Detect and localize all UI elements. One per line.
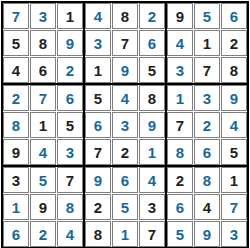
given-digit: 4 [203,200,211,215]
solved-digit: 7 [12,9,20,24]
solved-digit: 7 [230,200,238,215]
cell-r7c1[interactable]: 3 [3,167,29,193]
given-digit: 5 [12,36,20,51]
solved-digit: 3 [176,63,184,78]
cell-r7c7[interactable]: 2 [167,167,193,193]
given-digit: 1 [66,9,74,24]
given-digit: 5 [230,145,238,160]
given-digit: 4 [12,63,20,78]
cell-r2c4[interactable]: 3 [85,30,111,56]
solved-digit: 6 [94,118,102,133]
cell-r3c5[interactable]: 9 [112,57,138,83]
cell-r4c9[interactable]: 9 [221,85,247,111]
block-6: 139724865 [167,85,247,165]
cell-r4c1[interactable]: 2 [3,85,29,111]
cell-r9c2[interactable]: 2 [30,221,56,247]
solved-digit: 6 [121,173,129,188]
cell-r4c2[interactable]: 7 [30,85,56,111]
given-digit: 8 [39,36,47,51]
cell-r2c8[interactable]: 1 [194,30,220,56]
given-digit: 9 [39,200,47,215]
solved-digit: 6 [203,145,211,160]
given-digit: 9 [176,9,184,24]
given-digit: 5 [94,91,102,106]
cell-r5c5[interactable]: 3 [112,112,138,138]
block-3: 956412378 [167,3,247,83]
cell-r6c1[interactable]: 9 [3,139,29,165]
cell-r2c2[interactable]: 8 [30,30,56,56]
cell-r1c3[interactable]: 1 [57,3,83,29]
cell-r7c2[interactable]: 5 [30,167,56,193]
solved-digit: 2 [12,91,20,106]
given-digit: 8 [121,9,129,24]
given-digit: 5 [66,118,74,133]
cell-r9c8[interactable]: 9 [194,221,220,247]
solved-digit: 4 [148,173,156,188]
solved-digit: 3 [203,91,211,106]
given-digit: 2 [230,36,238,51]
cell-r7c3[interactable]: 7 [57,167,83,193]
cell-r9c1[interactable]: 6 [3,221,29,247]
cell-r7c9[interactable]: 1 [221,167,247,193]
cell-r5c7[interactable]: 7 [167,112,193,138]
solved-digit: 6 [12,227,20,242]
solved-digit: 4 [176,36,184,51]
cell-r9c7[interactable]: 5 [167,221,193,247]
cell-r5c2[interactable]: 1 [30,112,56,138]
cell-r3c8[interactable]: 7 [194,57,220,83]
solved-digit: 7 [39,91,47,106]
cell-r1c2[interactable]: 3 [30,3,56,29]
solved-digit: 2 [39,227,47,242]
given-digit: 5 [148,63,156,78]
solved-digit: 3 [121,118,129,133]
cell-r6c2[interactable]: 4 [30,139,56,165]
block-5: 548639721 [85,85,165,165]
cell-r3c7[interactable]: 3 [167,57,193,83]
cell-r1c8[interactable]: 5 [194,3,220,29]
cell-r1c6[interactable]: 2 [139,3,165,29]
given-digit: 2 [121,145,129,160]
cell-r7c6[interactable]: 4 [139,167,165,193]
cell-r8c5[interactable]: 5 [112,194,138,220]
cell-r6c5[interactable]: 2 [112,139,138,165]
cell-r2c3[interactable]: 9 [57,30,83,56]
given-digit: 7 [121,36,129,51]
cell-r8c8[interactable]: 4 [194,194,220,220]
cell-r9c4[interactable]: 8 [85,221,111,247]
given-digit: 7 [203,63,211,78]
given-digit: 2 [176,173,184,188]
cell-r3c4[interactable]: 1 [85,57,111,83]
solved-digit: 9 [66,36,74,51]
cell-r7c5[interactable]: 6 [112,167,138,193]
given-digit: 1 [39,118,47,133]
solved-digit: 5 [203,9,211,24]
given-digit: 9 [12,145,20,160]
cell-r8c6[interactable]: 3 [139,194,165,220]
cell-r2c1[interactable]: 5 [3,30,29,56]
solved-digit: 4 [39,145,47,160]
block-7: 357198624 [3,167,83,247]
cell-r6c4[interactable]: 7 [85,139,111,165]
given-digit: 8 [94,227,102,242]
cell-r3c2[interactable]: 6 [30,57,56,83]
solved-digit: 1 [121,227,129,242]
cell-r4c5[interactable]: 4 [112,85,138,111]
cell-r6c8[interactable]: 6 [194,139,220,165]
given-digit: 6 [39,63,47,78]
given-digit: 8 [230,63,238,78]
given-digit: 3 [12,173,20,188]
given-digit: 7 [148,227,156,242]
given-digit: 3 [148,200,156,215]
cell-r5c3[interactable]: 5 [57,112,83,138]
solved-digit: 3 [94,36,102,51]
sudoku-widget: 7315894624823761959564123782768159435486… [0,0,250,248]
solved-digit: 3 [39,9,47,24]
cell-r8c2[interactable]: 9 [30,194,56,220]
cell-r9c6[interactable]: 7 [139,221,165,247]
solved-digit: 2 [148,9,156,24]
solved-digit: 4 [66,227,74,242]
cell-r1c4[interactable]: 4 [85,3,111,29]
solved-digit: 4 [94,9,102,24]
solved-digit: 4 [230,118,238,133]
cell-r8c4[interactable]: 2 [85,194,111,220]
cell-r3c6[interactable]: 5 [139,57,165,83]
solved-digit: 5 [39,173,47,188]
cell-r4c3[interactable]: 6 [57,85,83,111]
given-digit: 7 [176,118,184,133]
cell-r6c6[interactable]: 1 [139,139,165,165]
cell-r4c8[interactable]: 3 [194,85,220,111]
solved-digit: 6 [230,9,238,24]
cell-r1c7[interactable]: 9 [167,3,193,29]
cell-r7c4[interactable]: 9 [85,167,111,193]
solved-digit: 4 [121,91,129,106]
solved-digit: 3 [66,145,74,160]
block-4: 276815943 [3,85,83,165]
given-digit: 7 [66,173,74,188]
cell-r3c9[interactable]: 8 [221,57,247,83]
solved-digit: 6 [148,36,156,51]
solved-digit: 2 [203,118,211,133]
solved-digit: 5 [176,227,184,242]
solved-digit: 2 [66,63,74,78]
cell-r9c3[interactable]: 4 [57,221,83,247]
solved-digit: 8 [66,200,74,215]
cell-r2c9[interactable]: 2 [221,30,247,56]
cell-r7c8[interactable]: 8 [194,167,220,193]
given-digit: 1 [203,36,211,51]
solved-digit: 5 [121,200,129,215]
cell-r4c7[interactable]: 1 [167,85,193,111]
sudoku-blocks: 7315894624823761959564123782768159435486… [3,3,247,247]
cell-r1c9[interactable]: 6 [221,3,247,29]
cell-r6c9[interactable]: 5 [221,139,247,165]
solved-digit: 9 [94,173,102,188]
cell-r1c5[interactable]: 8 [112,3,138,29]
solved-digit: 8 [176,145,184,160]
solved-digit: 9 [203,227,211,242]
sudoku-board: 7315894624823761959564123782768159435486… [1,1,249,248]
cell-r8c3[interactable]: 8 [57,194,83,220]
solved-digit: 9 [121,63,129,78]
block-1: 731589462 [3,3,83,83]
cell-r5c9[interactable]: 4 [221,112,247,138]
solved-digit: 3 [230,227,238,242]
cell-r9c5[interactable]: 1 [112,221,138,247]
cell-r1c1[interactable]: 7 [3,3,29,29]
solved-digit: 6 [66,91,74,106]
cell-r6c7[interactable]: 8 [167,139,193,165]
given-digit: 8 [148,91,156,106]
solved-digit: 8 [203,173,211,188]
solved-digit: 9 [148,118,156,133]
cell-r5c1[interactable]: 8 [3,112,29,138]
cell-r4c4[interactable]: 5 [85,85,111,111]
given-digit: 2 [94,200,102,215]
cell-r2c6[interactable]: 6 [139,30,165,56]
solved-digit: 9 [230,91,238,106]
block-9: 281647593 [167,167,247,247]
cell-r3c3[interactable]: 2 [57,57,83,83]
cell-r4c6[interactable]: 8 [139,85,165,111]
cell-r8c1[interactable]: 1 [3,194,29,220]
cell-r8c9[interactable]: 7 [221,194,247,220]
solved-digit: 1 [176,91,184,106]
cell-r3c1[interactable]: 4 [3,57,29,83]
given-digit: 7 [94,145,102,160]
solved-digit: 1 [148,145,156,160]
cell-r8c7[interactable]: 6 [167,194,193,220]
cell-r2c7[interactable]: 4 [167,30,193,56]
given-digit: 1 [230,173,238,188]
cell-r5c6[interactable]: 9 [139,112,165,138]
block-8: 964253817 [85,167,165,247]
block-2: 482376195 [85,3,165,83]
cell-r2c5[interactable]: 7 [112,30,138,56]
solved-digit: 6 [176,200,184,215]
solved-digit: 1 [12,200,20,215]
cell-r5c8[interactable]: 2 [194,112,220,138]
cell-r9c9[interactable]: 3 [221,221,247,247]
given-digit: 1 [94,63,102,78]
solved-digit: 8 [12,118,20,133]
cell-r6c3[interactable]: 3 [57,139,83,165]
cell-r5c4[interactable]: 6 [85,112,111,138]
